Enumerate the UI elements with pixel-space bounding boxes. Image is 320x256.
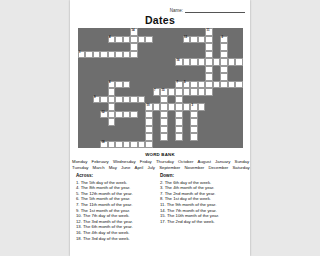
letter-cell[interactable]: 18 [100,141,108,149]
word-bank-word: April [135,165,144,170]
letter-cell[interactable] [190,126,198,134]
letter-cell[interactable] [175,88,183,96]
block-cell [235,36,243,44]
block-cell [100,88,108,96]
block-cell [145,66,153,74]
letter-cell[interactable] [108,96,116,104]
letter-cell[interactable] [235,81,243,89]
letter-cell[interactable] [108,118,116,126]
block-cell [100,58,108,66]
block-cell [153,111,161,119]
letter-cell[interactable] [130,43,138,51]
clue-number: 6 [109,81,111,84]
letter-cell[interactable] [213,81,221,89]
block-cell [138,81,146,89]
letter-cell[interactable] [153,103,161,111]
clue-number: 12 [102,111,105,114]
letter-cell[interactable]: 1 [78,51,86,59]
block-cell [190,73,198,81]
block-cell [213,66,221,74]
block-cell [160,43,168,51]
block-cell [183,66,191,74]
letter-cell[interactable] [100,96,108,104]
block-cell [190,66,198,74]
block-cell [115,133,123,141]
block-cell [235,66,243,74]
block-cell [228,133,236,141]
letter-cell[interactable] [145,111,153,119]
block-cell [168,126,176,134]
letter-cell[interactable] [145,141,153,149]
block-cell [100,73,108,81]
block-cell [183,111,191,119]
block-cell [85,81,93,89]
page-title: Dates [70,14,250,26]
letter-cell[interactable]: 12 [100,111,108,119]
block-cell [85,66,93,74]
block-cell [168,51,176,59]
down-column: Down: 2. The 6th day of the week.3. The … [160,173,244,241]
block-cell [138,43,146,51]
letter-cell[interactable] [190,36,198,44]
block-cell [85,126,93,134]
block-cell [168,28,176,36]
block-cell [100,81,108,89]
letter-cell[interactable] [198,88,206,96]
block-cell [198,118,206,126]
block-cell [175,51,183,59]
block-cell [198,133,206,141]
block-cell [130,81,138,89]
block-cell [153,133,161,141]
block-cell [153,43,161,51]
block-cell [175,36,183,44]
across-heading: Across: [76,173,160,178]
block-cell [123,133,131,141]
letter-cell[interactable] [205,81,213,89]
word-bank-word: Tuesday [72,165,88,170]
letter-cell[interactable] [220,66,228,74]
letter-cell[interactable] [175,96,183,104]
block-cell [190,28,198,36]
letter-cell[interactable] [183,58,191,66]
letter-cell[interactable]: 9 [93,96,101,104]
block-cell [153,66,161,74]
block-cell [93,81,101,89]
name-row: Name: [70,0,250,13]
letter-cell[interactable] [115,96,123,104]
word-bank-word: May [109,165,117,170]
clue-number: 10 [147,104,150,107]
letter-cell[interactable]: 13 [183,36,191,44]
letter-cell[interactable] [168,103,176,111]
block-cell [78,118,86,126]
block-cell [228,126,236,134]
block-cell [93,66,101,74]
block-cell [153,81,161,89]
block-cell [85,28,93,36]
clue-number: 15 [162,89,165,92]
letter-cell[interactable] [123,36,131,44]
block-cell [213,88,221,96]
block-cell [93,141,101,149]
letter-cell[interactable] [145,36,153,44]
block-cell [138,103,146,111]
block-cell [160,66,168,74]
letter-cell[interactable] [115,51,123,59]
letter-cell[interactable] [175,118,183,126]
letter-cell[interactable]: 3 [190,103,198,111]
letter-cell[interactable] [123,81,131,89]
word-bank-word: June [121,165,130,170]
block-cell [115,66,123,74]
word-bank-word: March [93,165,105,170]
letter-cell[interactable] [130,51,138,59]
letter-cell[interactable] [85,51,93,59]
block-cell [145,58,153,66]
block-cell [138,133,146,141]
clue-number: 1 [79,51,81,54]
clue-number: 14 [132,29,135,32]
word-bank-word: September [159,165,180,170]
letter-cell[interactable] [220,58,228,66]
block-cell [145,28,153,36]
letter-cell[interactable]: 16 [175,58,183,66]
letter-cell[interactable] [130,141,138,149]
block-cell [183,96,191,104]
letter-cell[interactable] [123,96,131,104]
letter-cell[interactable]: 7 [153,88,161,96]
block-cell [228,88,236,96]
letter-cell[interactable] [190,133,198,141]
block-cell [93,43,101,51]
block-cell [205,133,213,141]
block-cell [85,58,93,66]
word-bank-word: Saturday [232,165,249,170]
block-cell [123,88,131,96]
block-cell [168,81,176,89]
block-cell [115,88,123,96]
block-cell [153,58,161,66]
letter-cell[interactable]: 6 [108,81,116,89]
block-cell [130,73,138,81]
letter-cell[interactable] [198,81,206,89]
block-cell [198,96,206,104]
block-cell [138,111,146,119]
letter-cell[interactable] [205,73,213,81]
block-cell [168,141,176,149]
block-cell [220,118,228,126]
block-cell [175,141,183,149]
letter-cell[interactable] [115,81,123,89]
block-cell [205,118,213,126]
block-cell [228,141,236,149]
block-cell [115,28,123,36]
block-cell [183,133,191,141]
word-bank-words: MondayFebruaryWednesdayFridayThursdayOct… [70,159,250,171]
block-cell [190,96,198,104]
letter-cell[interactable] [160,111,168,119]
block-cell [198,28,206,36]
letter-cell[interactable] [115,36,123,44]
letter-cell[interactable] [190,118,198,126]
block-cell [213,126,221,134]
letter-cell[interactable]: 5 [183,81,191,89]
letter-cell[interactable] [183,103,191,111]
block-cell [153,36,161,44]
block-cell [138,66,146,74]
block-cell [175,43,183,51]
block-cell [213,111,221,119]
letter-cell[interactable] [130,111,138,119]
clue-number: 4 [109,36,111,39]
letter-cell[interactable] [175,111,183,119]
letter-cell[interactable] [108,141,116,149]
word-bank-title: WORD BANK [70,152,250,157]
block-cell [205,111,213,119]
letter-cell[interactable]: 4 [108,36,116,44]
letter-cell[interactable]: 2 [220,36,228,44]
block-cell [235,88,243,96]
letter-cell[interactable] [183,88,191,96]
letter-cell[interactable] [100,51,108,59]
letter-cell[interactable] [160,96,168,104]
block-cell [138,126,146,134]
name-blank-line[interactable] [185,8,245,13]
letter-cell[interactable] [220,81,228,89]
letter-cell[interactable] [145,133,153,141]
letter-cell[interactable] [108,51,116,59]
block-cell [85,36,93,44]
letter-cell[interactable] [175,103,183,111]
clue-number: 18 [102,141,105,144]
block-cell [123,58,131,66]
block-cell [160,58,168,66]
letter-cell[interactable] [205,66,213,74]
letter-cell[interactable] [205,88,213,96]
block-cell [138,51,146,59]
block-cell [235,141,243,149]
block-cell [100,126,108,134]
block-cell [153,96,161,104]
letter-cell[interactable] [108,103,116,111]
block-cell [93,111,101,119]
block-cell [168,73,176,81]
letter-cell[interactable] [205,43,213,51]
letter-cell[interactable] [108,111,116,119]
block-cell [78,88,86,96]
block-cell [138,58,146,66]
letter-cell[interactable] [213,58,221,66]
letter-cell[interactable] [108,88,116,96]
block-cell [228,51,236,59]
word-bank-word: December [208,165,228,170]
letter-cell[interactable] [138,36,146,44]
letter-cell[interactable] [138,96,146,104]
block-cell [123,126,131,134]
letter-cell[interactable] [190,111,198,119]
block-cell [213,141,221,149]
block-cell [168,111,176,119]
letter-cell[interactable] [235,58,243,66]
crossword-grid[interactable]: 1411413211667571591031218 [78,28,243,148]
down-list: 2. The 6th day of the week.3. The 4th mo… [160,180,244,225]
letter-cell[interactable] [93,51,101,59]
block-cell [160,36,168,44]
letter-cell[interactable] [138,141,146,149]
block-cell [235,103,243,111]
block-cell [78,28,86,36]
letter-cell[interactable] [220,51,228,59]
letter-cell[interactable] [123,141,131,149]
block-cell [115,58,123,66]
letter-cell[interactable] [198,103,206,111]
block-cell [228,66,236,74]
letter-cell[interactable]: 15 [160,88,168,96]
block-cell [78,73,86,81]
letter-cell[interactable]: 7 [175,81,183,89]
block-cell [108,58,116,66]
block-cell [78,141,86,149]
letter-cell[interactable] [168,88,176,96]
block-cell [123,43,131,51]
word-bank-word: Sunday [235,159,250,164]
block-cell [138,118,146,126]
block-cell [160,51,168,59]
block-cell [115,43,123,51]
word-bank-word: February [92,159,109,164]
letter-cell[interactable] [123,111,131,119]
letter-cell[interactable] [115,141,123,149]
block-cell [160,141,168,149]
letter-cell[interactable] [160,103,168,111]
word-bank-word: August [198,159,211,164]
letter-cell[interactable] [145,126,153,134]
block-cell [93,126,101,134]
letter-cell[interactable] [175,126,183,134]
block-cell [78,126,86,134]
block-cell [108,43,116,51]
block-cell [138,73,146,81]
letter-cell[interactable] [205,58,213,66]
word-bank-word: October [178,159,193,164]
letter-cell[interactable] [130,36,138,44]
letter-cell[interactable] [190,58,198,66]
letter-cell[interactable]: 14 [130,28,138,36]
clue-number: 16 [177,59,180,62]
word-bank-word: Wednesday [113,159,136,164]
letter-cell[interactable] [123,51,131,59]
block-cell [145,88,153,96]
block-cell [130,103,138,111]
block-cell [85,141,93,149]
block-cell [213,36,221,44]
block-cell [138,88,146,96]
block-cell [153,141,161,149]
down-heading: Down: [160,173,244,178]
block-cell [100,36,108,44]
block-cell [228,111,236,119]
block-cell [100,66,108,74]
block-cell [175,28,183,36]
letter-cell[interactable] [228,58,236,66]
block-cell [228,43,236,51]
clues-section: Across: 1. The 5th day of the week.4. Th… [70,173,250,241]
block-cell [190,51,198,59]
letter-cell[interactable] [145,118,153,126]
block-cell [130,88,138,96]
letter-cell[interactable] [205,51,213,59]
block-cell [130,118,138,126]
block-cell [198,111,206,119]
block-cell [183,141,191,149]
letter-cell[interactable] [160,118,168,126]
block-cell [235,43,243,51]
worksheet-page: Name: Dates 1411413211667571591031218 WO… [70,0,250,256]
letter-cell[interactable] [160,133,168,141]
clue-number: 7 [177,81,179,84]
block-cell [93,103,101,111]
clue-number: 3 [192,104,194,107]
block-cell [183,43,191,51]
letter-cell[interactable]: 10 [145,103,153,111]
block-cell [160,81,168,89]
block-cell [153,73,161,81]
letter-cell[interactable] [160,126,168,134]
letter-cell[interactable] [220,43,228,51]
block-cell [108,126,116,134]
block-cell [190,43,198,51]
block-cell [235,118,243,126]
block-cell [198,73,206,81]
letter-cell[interactable] [175,133,183,141]
letter-cell[interactable] [205,36,213,44]
block-cell [168,58,176,66]
letter-cell[interactable] [190,81,198,89]
letter-cell[interactable] [115,111,123,119]
block-cell [153,118,161,126]
letter-cell[interactable] [228,81,236,89]
block-cell [235,73,243,81]
block-cell [220,111,228,119]
letter-cell[interactable] [220,73,228,81]
block-cell [220,133,228,141]
block-cell [213,73,221,81]
block-cell [93,133,101,141]
block-cell [228,36,236,44]
block-cell [78,103,86,111]
letter-cell[interactable] [198,36,206,44]
block-cell [213,28,221,36]
block-cell [78,133,86,141]
block-cell [85,103,93,111]
letter-cell[interactable] [198,58,206,66]
block-cell [130,133,138,141]
block-cell [123,103,131,111]
block-cell [220,96,228,104]
block-cell [183,126,191,134]
clue-number: 2 [222,36,224,39]
block-cell [228,28,236,36]
block-cell [78,111,86,119]
block-cell [168,133,176,141]
letter-cell[interactable] [130,96,138,104]
block-cell [108,66,116,74]
block-cell [85,96,93,104]
block-cell [168,43,176,51]
letter-cell[interactable] [190,88,198,96]
letter-cell[interactable]: 11 [205,28,213,36]
